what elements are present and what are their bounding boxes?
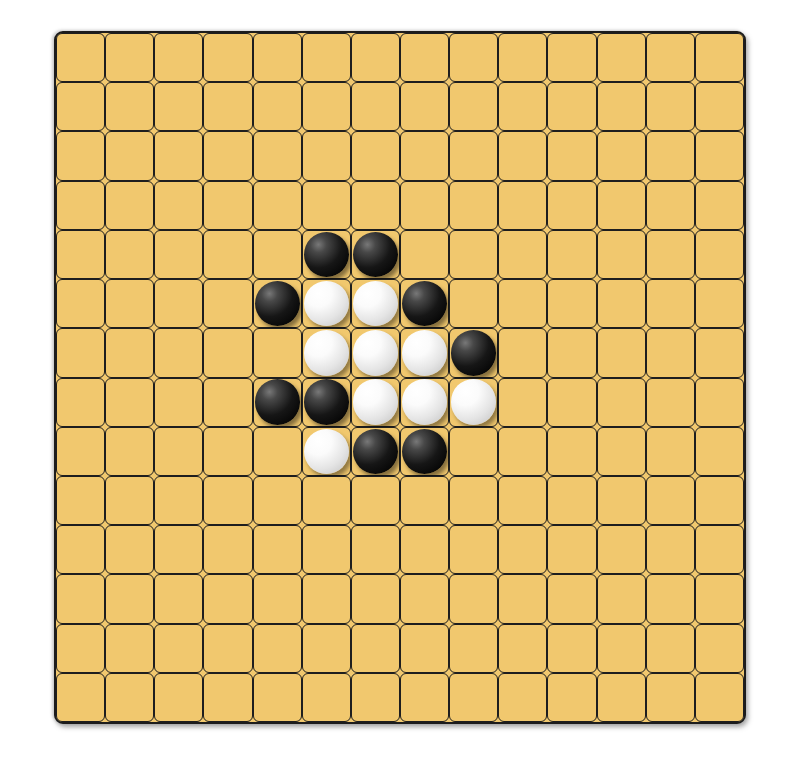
board-cell[interactable] [253,230,302,279]
board-cell[interactable] [56,525,105,574]
board-cell[interactable] [400,525,449,574]
board-cell[interactable] [302,230,351,279]
board-cell[interactable] [203,525,252,574]
board-cell[interactable] [203,378,252,427]
white-stone [304,429,349,474]
board-cell[interactable] [547,624,596,673]
board-cell[interactable] [547,574,596,623]
board-cell[interactable] [302,673,351,722]
board-cell[interactable] [203,427,252,476]
board-cell[interactable] [105,82,154,131]
board-cell[interactable] [351,279,400,328]
board-cell[interactable] [56,476,105,525]
board-cell[interactable] [105,131,154,180]
board-cell[interactable] [56,427,105,476]
board-cell[interactable] [449,131,498,180]
board-cell[interactable] [351,82,400,131]
board-cell[interactable] [449,427,498,476]
board-cell[interactable] [154,673,203,722]
board-cell[interactable] [351,624,400,673]
board-cell[interactable] [105,378,154,427]
board-cell[interactable] [351,378,400,427]
board-cell[interactable] [646,574,695,623]
board-cell[interactable] [203,624,252,673]
board-cell[interactable] [597,574,646,623]
board-cell[interactable] [449,181,498,230]
board-cell[interactable] [646,230,695,279]
board-cell[interactable] [498,328,547,377]
board-cell[interactable] [302,525,351,574]
board-cell[interactable] [253,476,302,525]
black-stone [451,330,496,375]
board-cell[interactable] [498,378,547,427]
board-cell[interactable] [56,574,105,623]
board-cell[interactable] [498,427,547,476]
board-cell[interactable] [695,230,744,279]
board-cell[interactable] [203,33,252,82]
board-cell[interactable] [203,328,252,377]
board-cell[interactable] [400,427,449,476]
board-cell[interactable] [597,476,646,525]
board-cell[interactable] [597,279,646,328]
black-stone [402,429,447,474]
board-cell[interactable] [56,673,105,722]
white-stone [402,330,447,375]
board-cell[interactable] [253,427,302,476]
board-cell[interactable] [400,574,449,623]
board-cell[interactable] [154,230,203,279]
board-cell[interactable] [203,476,252,525]
black-stone [255,281,300,326]
board-cell[interactable] [351,181,400,230]
board-cell[interactable] [400,230,449,279]
board-cell[interactable] [695,574,744,623]
board-cell[interactable] [56,378,105,427]
board-cell[interactable] [646,33,695,82]
white-stone [304,330,349,375]
board-cell[interactable] [597,328,646,377]
board-cell[interactable] [498,574,547,623]
board-cell[interactable] [56,230,105,279]
board-cell[interactable] [105,427,154,476]
board-cell[interactable] [498,476,547,525]
board-cell[interactable] [547,427,596,476]
board-cell[interactable] [695,378,744,427]
board-cell[interactable] [154,476,203,525]
board-cell[interactable] [695,181,744,230]
board-cell[interactable] [154,328,203,377]
board-cell[interactable] [695,131,744,180]
board-cell[interactable] [646,82,695,131]
board-cell[interactable] [154,82,203,131]
black-stone [255,379,300,424]
board-cell[interactable] [597,181,646,230]
board-cell[interactable] [646,378,695,427]
board-cell[interactable] [253,181,302,230]
white-stone [353,379,398,424]
board-cell[interactable] [400,378,449,427]
board-cell[interactable] [105,33,154,82]
board-cell[interactable] [253,624,302,673]
board-cell[interactable] [154,378,203,427]
board-cell[interactable] [105,328,154,377]
board-cell[interactable] [56,181,105,230]
board-cell[interactable] [547,279,596,328]
board-cell[interactable] [646,328,695,377]
board-cell[interactable] [253,574,302,623]
board-cell[interactable] [253,33,302,82]
white-stone [353,281,398,326]
board-cell[interactable] [400,279,449,328]
board-cell[interactable] [547,673,596,722]
black-stone [304,379,349,424]
board-cell[interactable] [105,574,154,623]
board-cell[interactable] [498,624,547,673]
board-cell[interactable] [449,673,498,722]
board-cell[interactable] [105,673,154,722]
board-cell[interactable] [400,624,449,673]
board-cell[interactable] [498,33,547,82]
board-cell[interactable] [400,181,449,230]
board-cell[interactable] [498,673,547,722]
board-cell[interactable] [449,525,498,574]
board-cell[interactable] [597,673,646,722]
black-stone [402,281,447,326]
board-cell[interactable] [351,328,400,377]
board-cell[interactable] [400,328,449,377]
black-stone [353,429,398,474]
board-cell[interactable] [498,230,547,279]
board-cell[interactable] [498,279,547,328]
board-cell[interactable] [695,82,744,131]
board-cell[interactable] [253,378,302,427]
board-cell[interactable] [400,131,449,180]
board-cell[interactable] [695,673,744,722]
board-cell[interactable] [302,33,351,82]
board-cell[interactable] [449,230,498,279]
board-cell[interactable] [695,33,744,82]
board-cell[interactable] [351,673,400,722]
board-cell[interactable] [449,624,498,673]
board-cell[interactable] [547,181,596,230]
board-cell[interactable] [547,33,596,82]
board-cell[interactable] [253,328,302,377]
board-cell[interactable] [154,181,203,230]
board-cell[interactable] [203,673,252,722]
board-cell[interactable] [302,82,351,131]
board-cell[interactable] [302,574,351,623]
board-cell[interactable] [105,525,154,574]
board-cell[interactable] [597,33,646,82]
board-cell[interactable] [56,131,105,180]
board-cell[interactable] [351,525,400,574]
board-cell[interactable] [695,328,744,377]
board-cell[interactable] [695,624,744,673]
board-cell[interactable] [253,673,302,722]
board-cell[interactable] [498,82,547,131]
white-stone [353,330,398,375]
board-cell[interactable] [203,574,252,623]
board-cell[interactable] [105,230,154,279]
board-cell[interactable] [400,82,449,131]
board-cell[interactable] [351,230,400,279]
page-background [0,0,800,759]
board-cell[interactable] [56,624,105,673]
white-stone [304,281,349,326]
board-cell[interactable] [154,33,203,82]
board-cell[interactable] [449,476,498,525]
board-cell[interactable] [351,574,400,623]
board-cell[interactable] [56,82,105,131]
board-cell[interactable] [597,131,646,180]
board-cell[interactable] [449,378,498,427]
board-cell[interactable] [400,476,449,525]
board-cell[interactable] [547,328,596,377]
board-cell[interactable] [597,525,646,574]
board-cell[interactable] [695,476,744,525]
board-cell[interactable] [302,476,351,525]
board-cell[interactable] [302,181,351,230]
board-cell[interactable] [351,131,400,180]
board-cell[interactable] [302,131,351,180]
board-cell[interactable] [695,279,744,328]
board-cell[interactable] [154,525,203,574]
board-cell[interactable] [597,378,646,427]
board-cell[interactable] [547,82,596,131]
board-cell[interactable] [646,131,695,180]
board-cell[interactable] [498,181,547,230]
board-cell[interactable] [547,131,596,180]
board-cell[interactable] [646,181,695,230]
board-cell[interactable] [449,82,498,131]
board-cell[interactable] [154,574,203,623]
board-cell[interactable] [547,525,596,574]
board-cell[interactable] [400,673,449,722]
board-cell[interactable] [203,230,252,279]
board-cell[interactable] [695,427,744,476]
board-cell[interactable] [154,131,203,180]
board-cell[interactable] [253,131,302,180]
board-cell[interactable] [302,328,351,377]
board-cell[interactable] [646,624,695,673]
white-stone [402,379,447,424]
board-cell[interactable] [253,279,302,328]
board-cell[interactable] [449,574,498,623]
board-cell[interactable] [498,525,547,574]
board-cell[interactable] [56,279,105,328]
board-cell[interactable] [351,427,400,476]
board-cell[interactable] [154,279,203,328]
board-cell[interactable] [547,476,596,525]
board-cell[interactable] [449,328,498,377]
board-cell[interactable] [547,378,596,427]
board-cell[interactable] [646,525,695,574]
board-cell[interactable] [56,33,105,82]
board-cell[interactable] [695,525,744,574]
board-cell[interactable] [597,624,646,673]
black-stone [304,232,349,277]
board-cell[interactable] [105,476,154,525]
board-cell[interactable] [105,624,154,673]
board-cell[interactable] [351,33,400,82]
board-cell[interactable] [302,624,351,673]
board-cell[interactable] [203,279,252,328]
board-cell[interactable] [203,82,252,131]
board-cell[interactable] [105,181,154,230]
board-cell[interactable] [203,131,252,180]
board-cell[interactable] [646,279,695,328]
board-cell[interactable] [302,279,351,328]
board-cell[interactable] [646,673,695,722]
board-cell[interactable] [400,33,449,82]
board-cell[interactable] [646,476,695,525]
board-cell[interactable] [253,525,302,574]
board-cell[interactable] [302,427,351,476]
board-cell[interactable] [154,427,203,476]
board-cell[interactable] [203,181,252,230]
board-cell[interactable] [351,476,400,525]
board-cell[interactable] [646,427,695,476]
board-cell[interactable] [253,82,302,131]
white-stone [451,379,496,424]
board-cell[interactable] [105,279,154,328]
board-cell[interactable] [449,33,498,82]
board-cell[interactable] [154,624,203,673]
board-cell[interactable] [449,279,498,328]
board-cell[interactable] [302,378,351,427]
board-cell[interactable] [597,230,646,279]
board-cell[interactable] [547,230,596,279]
gomoku-board [54,31,746,724]
board-cell[interactable] [56,328,105,377]
black-stone [353,232,398,277]
board-cell[interactable] [597,427,646,476]
board-cell[interactable] [498,131,547,180]
board-cell[interactable] [597,82,646,131]
